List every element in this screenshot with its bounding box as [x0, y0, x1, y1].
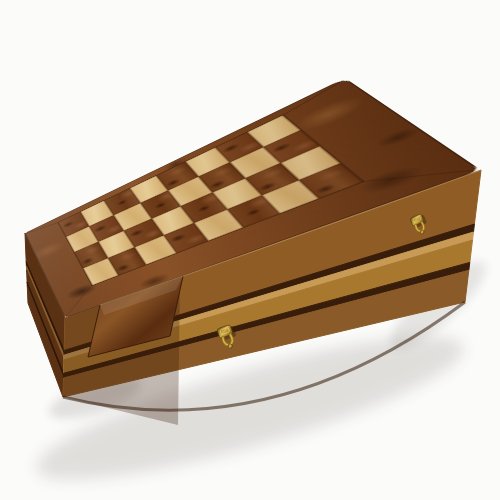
chess-box-photo [0, 0, 500, 500]
lid-near-edge-highlight [183, 170, 481, 276]
box-details [0, 0, 500, 500]
